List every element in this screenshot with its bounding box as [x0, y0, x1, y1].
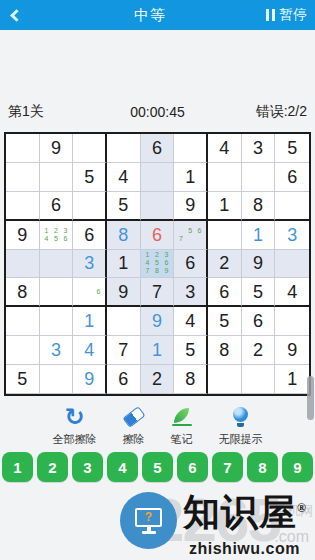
numpad-key-5[interactable]: 5 — [142, 452, 173, 482]
cell-r5c6[interactable]: 6 — [174, 250, 208, 279]
back-button[interactable] — [8, 11, 34, 20]
cell-r5c4[interactable]: 1 — [107, 250, 141, 279]
pause-button[interactable]: 暂停 — [266, 6, 307, 24]
cell-r7c6[interactable]: 4 — [174, 307, 208, 336]
cell-r3c9[interactable] — [275, 192, 309, 221]
cell-value: 5 — [17, 370, 27, 388]
cell-r5c8[interactable]: 9 — [242, 250, 276, 279]
cell-r2c5[interactable] — [141, 163, 175, 192]
brand-site: zhishiwu.com — [189, 540, 313, 558]
hint-button[interactable]: 无限提示 — [219, 404, 263, 447]
cell-r3c2[interactable]: 6 — [40, 192, 74, 221]
cell-value: 3 — [51, 341, 61, 359]
cell-value: 1 — [84, 312, 94, 330]
pause-label: 暂停 — [279, 6, 307, 24]
cell-value: 8 — [219, 341, 229, 359]
cell-r1c1[interactable] — [6, 134, 40, 163]
cell-value: 6 — [51, 196, 61, 214]
numpad-key-9[interactable]: 9 — [282, 452, 313, 482]
cell-r3c8[interactable]: 8 — [242, 192, 276, 221]
lightbulb-icon — [233, 407, 248, 427]
cell-r4c1[interactable]: 9 — [6, 221, 40, 250]
page-title: 中等 — [134, 6, 166, 25]
cell-r7c4[interactable] — [107, 307, 141, 336]
registered-mark: ® — [297, 501, 307, 515]
cell-value: 6 — [287, 168, 297, 186]
number-pad: 123456789 — [2, 452, 313, 482]
cell-r8c5[interactable]: 1 — [141, 336, 175, 365]
cell-r2c8[interactable] — [242, 163, 276, 192]
cell-r3c4[interactable]: 5 — [107, 192, 141, 221]
cell-value: 4 — [219, 139, 229, 157]
cell-value: 9 — [17, 226, 27, 244]
cell-value: 5 — [219, 312, 229, 330]
scrollbar-thumb[interactable] — [307, 376, 314, 420]
cell-r4c9[interactable]: 3 — [275, 221, 309, 250]
cell-value: 5 — [185, 341, 195, 359]
cell-r3c1[interactable] — [6, 192, 40, 221]
monitor-question-icon: ? — [135, 508, 162, 527]
cell-r9c2[interactable] — [40, 365, 74, 394]
cell-r1c2[interactable]: 9 — [40, 134, 74, 163]
cell-r8c9[interactable]: 9 — [275, 336, 309, 365]
cell-r7c9[interactable] — [275, 307, 309, 336]
cell-value: 6 — [152, 226, 162, 244]
sudoku-board: 9643554166591891234566865671331123456789… — [4, 132, 311, 396]
cell-r6c8[interactable]: 5 — [242, 278, 276, 307]
numpad-key-7[interactable]: 7 — [212, 452, 243, 482]
cell-value: 4 — [118, 168, 128, 186]
cell-r3c7[interactable]: 1 — [208, 192, 242, 221]
pencil-marks: 567 — [174, 227, 206, 243]
cell-r6c7[interactable]: 6 — [208, 278, 242, 307]
erase-label: 擦除 — [123, 432, 145, 447]
cell-value: 2 — [219, 254, 229, 272]
cell-r6c4[interactable]: 9 — [107, 278, 141, 307]
cell-value: 5 — [287, 139, 297, 157]
numpad-key-1[interactable]: 1 — [2, 452, 33, 482]
cell-r8c8[interactable]: 2 — [242, 336, 276, 365]
hint-label: 无限提示 — [219, 432, 263, 447]
cell-r8c2[interactable]: 3 — [40, 336, 74, 365]
pause-icon — [266, 9, 275, 21]
cell-value: 5 — [84, 168, 94, 186]
cell-value: 9 — [118, 283, 128, 301]
cell-r4c6[interactable]: 567 — [174, 221, 208, 250]
cell-r5c5[interactable]: 123456789 — [141, 250, 175, 279]
cell-value: 6 — [152, 139, 162, 157]
cell-r4c2[interactable]: 123456 — [40, 221, 74, 250]
notes-label: 笔记 — [171, 432, 193, 447]
cell-value: 1 — [152, 341, 162, 359]
cell-r3c5[interactable] — [141, 192, 175, 221]
cell-value: 8 — [185, 370, 195, 388]
cell-value: 1 — [118, 254, 128, 272]
cell-r1c5[interactable]: 6 — [141, 134, 175, 163]
cell-r7c2[interactable] — [40, 307, 74, 336]
cell-value: 3 — [84, 254, 94, 272]
cell-r7c1[interactable] — [6, 307, 40, 336]
cell-r2c3[interactable]: 5 — [73, 163, 107, 192]
cell-r9c6[interactable]: 8 — [174, 365, 208, 394]
cell-r9c8[interactable] — [242, 365, 276, 394]
cell-r1c6[interactable] — [174, 134, 208, 163]
cell-value: 3 — [253, 139, 263, 157]
cell-value: 9 — [152, 312, 162, 330]
numpad-key-4[interactable]: 4 — [107, 452, 138, 482]
cell-r2c7[interactable] — [208, 163, 242, 192]
numpad-key-6[interactable]: 6 — [177, 452, 208, 482]
cell-value: 6 — [118, 370, 128, 388]
cell-r1c9[interactable]: 5 — [275, 134, 309, 163]
cell-r4c4[interactable]: 8 — [107, 221, 141, 250]
cell-r2c9[interactable]: 6 — [275, 163, 309, 192]
cell-r5c7[interactable]: 2 — [208, 250, 242, 279]
cell-r2c4[interactable]: 4 — [107, 163, 141, 192]
erase-all-button[interactable]: ↻ 全部擦除 — [53, 404, 97, 447]
cell-value: 1 — [287, 370, 297, 388]
cell-r4c3[interactable]: 6 — [73, 221, 107, 250]
cell-r5c9[interactable] — [275, 250, 309, 279]
cell-value: 3 — [287, 226, 297, 244]
erase-all-label: 全部擦除 — [53, 432, 97, 447]
cell-value: 9 — [84, 370, 94, 388]
brand-logo: ? — [120, 492, 177, 549]
cell-r9c5[interactable]: 2 — [141, 365, 175, 394]
cell-r6c1[interactable]: 8 — [6, 278, 40, 307]
toolbar: ↻ 全部擦除 擦除 笔记 无限提示 — [0, 404, 315, 447]
cell-value: 9 — [185, 196, 195, 214]
cell-r8c4[interactable]: 7 — [107, 336, 141, 365]
chevron-left-icon — [10, 9, 23, 22]
pencil-marks: 123456 — [40, 227, 73, 243]
pencil-marks: 6 — [73, 288, 105, 296]
numpad-key-2[interactable]: 2 — [37, 452, 68, 482]
cell-r4c5[interactable]: 6 — [141, 221, 175, 250]
cell-r8c7[interactable]: 8 — [208, 336, 242, 365]
cell-r7c5[interactable]: 9 — [141, 307, 175, 336]
cell-r6c9[interactable]: 4 — [275, 278, 309, 307]
cell-r3c6[interactable]: 9 — [174, 192, 208, 221]
cell-value: 3 — [185, 283, 195, 301]
cell-r6c5[interactable]: 7 — [141, 278, 175, 307]
app-header: 中等 暂停 — [0, 0, 315, 30]
cell-r4c7[interactable] — [208, 221, 242, 250]
cell-value: 4 — [287, 283, 297, 301]
cell-r8c1[interactable] — [6, 336, 40, 365]
cell-value: 7 — [118, 341, 128, 359]
eraser-icon — [122, 406, 145, 428]
cell-value: 8 — [17, 283, 27, 301]
watermark: 2265 手机网 .com ? 知识屋® zhishiwu.com — [0, 488, 315, 554]
cell-r5c1[interactable] — [6, 250, 40, 279]
cell-value: 6 — [185, 254, 195, 272]
notes-button[interactable]: 笔记 — [171, 404, 193, 447]
cell-r9c1[interactable]: 5 — [6, 365, 40, 394]
cell-r8c3[interactable]: 4 — [73, 336, 107, 365]
cell-value: 9 — [287, 341, 297, 359]
cell-r5c2[interactable] — [40, 250, 74, 279]
cell-value: 4 — [185, 312, 195, 330]
cell-r6c6[interactable]: 3 — [174, 278, 208, 307]
cell-value: 2 — [152, 370, 162, 388]
level-label: 第1关 — [8, 103, 44, 121]
cell-value: 1 — [219, 196, 229, 214]
cell-value: 4 — [84, 341, 94, 359]
cell-value: 5 — [118, 196, 128, 214]
cell-value: 8 — [118, 226, 128, 244]
cell-r9c4[interactable]: 6 — [107, 365, 141, 394]
cell-value: 7 — [152, 283, 162, 301]
cell-r5c3[interactable]: 3 — [73, 250, 107, 279]
cell-value: 9 — [253, 254, 263, 272]
leaf-notes-icon — [172, 408, 192, 426]
erase-button[interactable]: 擦除 — [123, 404, 145, 447]
cell-value: 1 — [253, 226, 263, 244]
numpad-key-8[interactable]: 8 — [247, 452, 278, 482]
cell-value: 9 — [51, 139, 61, 157]
cell-r9c3[interactable]: 9 — [73, 365, 107, 394]
cell-r6c3[interactable]: 6 — [73, 278, 107, 307]
cell-value: 8 — [253, 196, 263, 214]
refresh-icon: ↻ — [64, 404, 84, 430]
cell-value: 6 — [253, 312, 263, 330]
cell-r2c1[interactable] — [6, 163, 40, 192]
cell-value: 1 — [185, 168, 195, 186]
cell-value: 6 — [84, 226, 94, 244]
numpad-key-3[interactable]: 3 — [72, 452, 103, 482]
cell-r2c6[interactable]: 1 — [174, 163, 208, 192]
cell-r9c9[interactable]: 1 — [275, 365, 309, 394]
cell-r3c3[interactable] — [73, 192, 107, 221]
cell-r2c2[interactable] — [40, 163, 74, 192]
cell-r1c8[interactable]: 3 — [242, 134, 276, 163]
cell-r7c8[interactable]: 6 — [242, 307, 276, 336]
cell-r8c6[interactable]: 5 — [174, 336, 208, 365]
brand-name: 知识屋® — [183, 488, 313, 538]
cell-value: 2 — [253, 341, 263, 359]
status-bar: 00:00:45 第1关 错误:2/2 — [0, 102, 315, 122]
cell-r1c3[interactable] — [73, 134, 107, 163]
cell-r9c7[interactable] — [208, 365, 242, 394]
cell-r6c2[interactable] — [40, 278, 74, 307]
cell-r1c4[interactable] — [107, 134, 141, 163]
cell-r7c7[interactable]: 5 — [208, 307, 242, 336]
pencil-marks: 123456789 — [141, 251, 174, 275]
cell-value: 6 — [219, 283, 229, 301]
cell-r1c7[interactable]: 4 — [208, 134, 242, 163]
cell-r7c3[interactable]: 1 — [73, 307, 107, 336]
cell-value: 5 — [253, 283, 263, 301]
error-counter: 错误:2/2 — [256, 103, 307, 121]
cell-r4c8[interactable]: 1 — [242, 221, 276, 250]
